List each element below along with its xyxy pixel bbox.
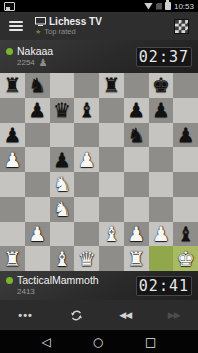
bq-piece-c7: ♛ xyxy=(53,100,71,120)
action-bar: ••• ◀◀ ▶▶ xyxy=(0,300,198,330)
square-h3[interactable] xyxy=(173,197,198,222)
square-h5[interactable] xyxy=(173,147,198,172)
wr-piece-f1: ♜ xyxy=(127,249,145,269)
android-nav-bar: ◁ ○ □ xyxy=(0,330,198,353)
square-h4[interactable] xyxy=(173,172,198,197)
square-d3[interactable] xyxy=(74,197,99,222)
status-time: 10:53 xyxy=(174,2,194,11)
square-h8[interactable] xyxy=(173,73,198,98)
square-b8[interactable]: ♞ xyxy=(25,73,50,98)
br-piece-e8: ♜ xyxy=(102,75,120,95)
next-move-button[interactable]: ▶▶ xyxy=(168,310,180,320)
square-h6[interactable]: ♟ xyxy=(173,123,198,148)
wn-piece-c4: ♞ xyxy=(53,174,71,194)
app-toolbar: Lichess TV ★ Top rated xyxy=(0,12,198,40)
square-d5[interactable]: ♟ xyxy=(74,147,99,172)
square-b6[interactable] xyxy=(25,123,50,148)
wk-piece-h1: ♚ xyxy=(177,249,195,269)
lichess-tv-app: 10:53 Lichess TV ★ Top rated xyxy=(0,0,198,353)
square-c7[interactable]: ♛ xyxy=(50,98,75,123)
square-c1[interactable]: ♝ xyxy=(50,246,75,271)
square-g8[interactable]: ♚ xyxy=(149,73,174,98)
square-d1[interactable]: ♛ xyxy=(74,246,99,271)
tv-icon xyxy=(35,17,46,26)
wb-piece-e2: ♝ xyxy=(102,224,120,244)
square-e5[interactable] xyxy=(99,147,124,172)
square-e6[interactable] xyxy=(99,123,124,148)
square-g1[interactable] xyxy=(149,246,174,271)
overflow-menu-button[interactable]: ••• xyxy=(18,309,33,321)
br-piece-a8: ♜ xyxy=(3,75,21,95)
square-b1[interactable] xyxy=(25,246,50,271)
square-b3[interactable] xyxy=(25,197,50,222)
flip-board-button[interactable] xyxy=(70,309,83,322)
wp-piece-b2: ♟ xyxy=(28,224,46,244)
online-indicator xyxy=(6,48,13,55)
square-a5[interactable]: ♟ xyxy=(0,147,25,172)
wifi-icon xyxy=(144,3,153,10)
square-d2[interactable] xyxy=(74,222,99,247)
bp-piece-h6: ♟ xyxy=(177,125,195,145)
square-g3[interactable] xyxy=(149,197,174,222)
top-player-bar: Nakaaa 2254 ♟ 02:37 xyxy=(0,40,198,73)
bb-piece-d7: ♝ xyxy=(78,100,96,120)
wp-piece-d5: ♟ xyxy=(78,150,96,170)
square-g4[interactable] xyxy=(149,172,174,197)
screenshot-notification-icon xyxy=(4,2,15,11)
square-c5[interactable]: ♟ xyxy=(50,147,75,172)
square-f7[interactable]: ♟ xyxy=(124,98,149,123)
square-f4[interactable] xyxy=(124,172,149,197)
top-player-name[interactable]: Nakaaa xyxy=(17,46,53,57)
square-f2[interactable]: ♟ xyxy=(124,222,149,247)
bottom-player-name[interactable]: TacticalMammoth xyxy=(17,275,99,286)
square-e3[interactable] xyxy=(99,197,124,222)
wp-piece-a5: ♟ xyxy=(3,150,21,170)
wq-piece-d1: ♛ xyxy=(78,249,96,269)
square-c8[interactable] xyxy=(50,73,75,98)
square-b4[interactable] xyxy=(25,172,50,197)
square-a8[interactable]: ♜ xyxy=(0,73,25,98)
captured-pawn-icon: ♟ xyxy=(39,58,48,67)
wr-piece-a1: ♜ xyxy=(3,249,21,269)
wn-piece-c3: ♞ xyxy=(53,199,71,219)
recents-icon[interactable]: □ xyxy=(145,336,156,348)
square-c6[interactable] xyxy=(50,123,75,148)
chess-board[interactable]: ♜♞♜♚♟♛♝♟♟♟♞♟♟♟♟♞♞♟♝♟♟♝♜♝♛♜♚ xyxy=(0,73,198,271)
square-d4[interactable] xyxy=(74,172,99,197)
online-indicator xyxy=(6,277,13,284)
square-h1[interactable]: ♚ xyxy=(173,246,198,271)
bp-piece-b7: ♟ xyxy=(28,100,46,120)
square-g2[interactable]: ♟ xyxy=(149,222,174,247)
square-f3[interactable] xyxy=(124,197,149,222)
bottom-player-rating: 2413 xyxy=(17,287,35,296)
square-a2[interactable] xyxy=(0,222,25,247)
square-b2[interactable]: ♟ xyxy=(25,222,50,247)
top-player-clock: 02:37 xyxy=(136,47,192,67)
square-d6[interactable] xyxy=(74,123,99,148)
square-f1[interactable]: ♜ xyxy=(124,246,149,271)
sim-icon xyxy=(156,3,162,10)
square-d7[interactable]: ♝ xyxy=(74,98,99,123)
square-f5[interactable] xyxy=(124,147,149,172)
square-f6[interactable]: ♞ xyxy=(124,123,149,148)
square-e1[interactable] xyxy=(99,246,124,271)
bp-piece-a6: ♟ xyxy=(3,125,21,145)
home-icon[interactable]: ○ xyxy=(93,336,103,348)
back-icon[interactable]: ◁ xyxy=(42,336,51,348)
square-e2[interactable]: ♝ xyxy=(99,222,124,247)
square-a6[interactable]: ♟ xyxy=(0,123,25,148)
square-d8[interactable] xyxy=(74,73,99,98)
square-a3[interactable] xyxy=(0,197,25,222)
top-player-rating: 2254 xyxy=(17,58,35,67)
square-a7[interactable] xyxy=(0,98,25,123)
square-a1[interactable]: ♜ xyxy=(0,246,25,271)
square-b7[interactable]: ♟ xyxy=(25,98,50,123)
bottom-player-clock: 02:41 xyxy=(136,276,192,296)
square-c2[interactable] xyxy=(50,222,75,247)
wb-piece-c1: ♝ xyxy=(53,249,71,269)
top-rated-icon: ★ xyxy=(35,28,41,35)
square-c4[interactable]: ♞ xyxy=(50,172,75,197)
wp-piece-g2: ♟ xyxy=(152,224,170,244)
bp-piece-g7: ♟ xyxy=(152,100,170,120)
board-theme-icon[interactable] xyxy=(174,19,189,34)
bottom-player-bar: TacticalMammoth 2413 02:41 xyxy=(0,271,198,300)
square-a4[interactable] xyxy=(0,172,25,197)
bb-piece-h2: ♝ xyxy=(177,224,195,244)
bk-piece-g8: ♚ xyxy=(152,75,170,95)
square-b5[interactable] xyxy=(25,147,50,172)
square-f8[interactable] xyxy=(124,73,149,98)
square-g5[interactable] xyxy=(149,147,174,172)
square-e7[interactable] xyxy=(99,98,124,123)
square-c3[interactable]: ♞ xyxy=(50,197,75,222)
flip-board-icon xyxy=(70,309,83,322)
square-g6[interactable] xyxy=(149,123,174,148)
app-title: Lichess TV xyxy=(49,17,102,27)
battery-icon xyxy=(165,2,171,10)
wp-piece-f2: ♟ xyxy=(127,224,145,244)
square-h2[interactable]: ♝ xyxy=(173,222,198,247)
bn-piece-f6: ♞ xyxy=(127,125,145,145)
menu-icon[interactable] xyxy=(9,21,23,31)
bp-piece-c5: ♟ xyxy=(53,150,71,170)
previous-move-button[interactable]: ◀◀ xyxy=(119,310,131,320)
square-e4[interactable] xyxy=(99,172,124,197)
bn-piece-b8: ♞ xyxy=(28,75,46,95)
toolbar-titles: Lichess TV ★ Top rated xyxy=(35,17,102,36)
square-e8[interactable]: ♜ xyxy=(99,73,124,98)
channel-subtitle: Top rated xyxy=(44,28,75,36)
square-h7[interactable] xyxy=(173,98,198,123)
status-bar: 10:53 xyxy=(0,0,198,12)
square-g7[interactable]: ♟ xyxy=(149,98,174,123)
bp-piece-f7: ♟ xyxy=(127,100,145,120)
